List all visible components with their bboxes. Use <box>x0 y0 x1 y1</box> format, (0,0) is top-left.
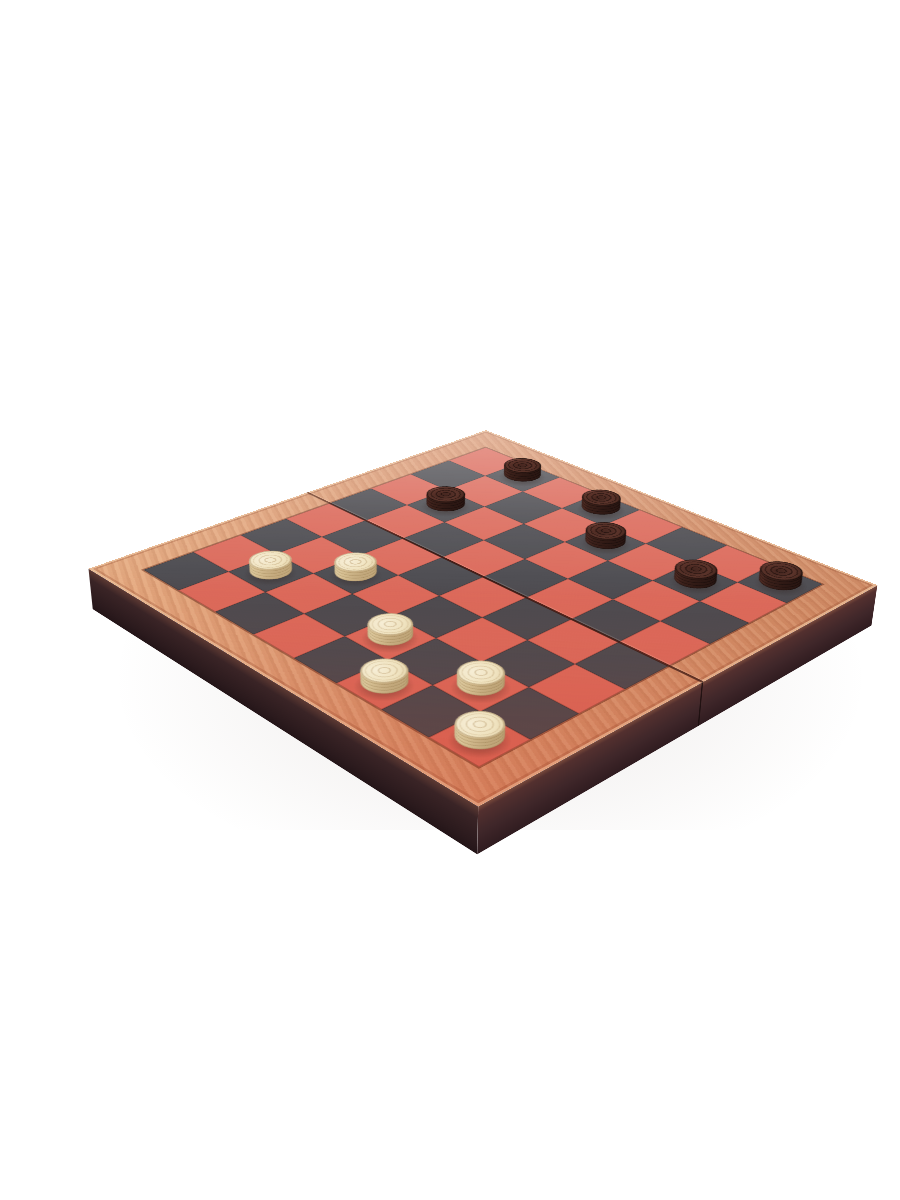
dark-checker-c8r2 <box>496 466 548 487</box>
dark-checker-c7r5 <box>577 531 634 556</box>
dark-checker-c6r2 <box>419 495 473 517</box>
dark-checker-c8r8 <box>750 570 809 597</box>
light-checker-c1r8 <box>444 720 515 759</box>
light-checker-c3r3 <box>326 561 385 588</box>
light-checker-c2r7 <box>447 669 514 704</box>
dark-checker-c7r7 <box>665 568 724 595</box>
light-checker-c2r5 <box>358 622 422 653</box>
light-checker-c2r2 <box>241 559 300 586</box>
box-side-fold-seam <box>698 682 704 727</box>
light-checker-c1r6 <box>351 667 418 702</box>
dark-checker-c8r4 <box>574 498 628 521</box>
